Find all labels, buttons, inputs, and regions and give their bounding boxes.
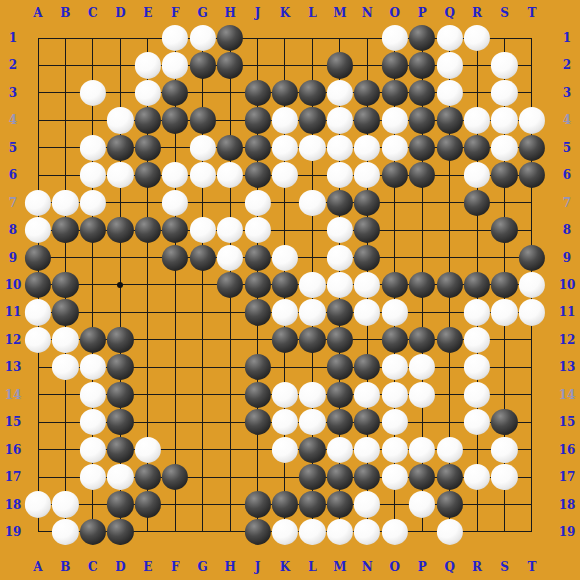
- intersection-B19[interactable]: [52, 518, 79, 545]
- white-stone-L19[interactable]: [299, 519, 325, 545]
- intersection-F3[interactable]: [161, 79, 188, 106]
- white-stone-C3[interactable]: [80, 80, 106, 106]
- intersection-L10[interactable]: [299, 271, 326, 298]
- black-stone-D15[interactable]: [107, 409, 133, 435]
- intersection-M4[interactable]: [326, 107, 353, 134]
- intersection-A1[interactable]: [24, 24, 51, 51]
- black-stone-J4[interactable]: [244, 107, 270, 133]
- intersection-S3[interactable]: [491, 79, 518, 106]
- intersection-K8[interactable]: [271, 216, 298, 243]
- intersection-F12[interactable]: [161, 326, 188, 353]
- intersection-G11[interactable]: [189, 299, 216, 326]
- intersection-Q4[interactable]: [436, 107, 463, 134]
- intersection-H17[interactable]: [216, 463, 243, 490]
- intersection-T7[interactable]: [518, 189, 545, 216]
- intersection-P2[interactable]: [408, 52, 435, 79]
- intersection-T13[interactable]: [518, 354, 545, 381]
- white-stone-L5[interactable]: [299, 135, 325, 161]
- intersection-A9[interactable]: [24, 244, 51, 271]
- white-stone-M16[interactable]: [327, 436, 353, 462]
- white-stone-Q16[interactable]: [436, 436, 462, 462]
- black-stone-D18[interactable]: [107, 491, 133, 517]
- intersection-D6[interactable]: [107, 161, 134, 188]
- intersection-O17[interactable]: [381, 463, 408, 490]
- intersection-E4[interactable]: [134, 107, 161, 134]
- intersection-E15[interactable]: [134, 408, 161, 435]
- intersection-B3[interactable]: [52, 79, 79, 106]
- black-stone-M13[interactable]: [327, 354, 353, 380]
- intersection-Q10[interactable]: [436, 271, 463, 298]
- white-stone-S16[interactable]: [491, 436, 517, 462]
- intersection-G14[interactable]: [189, 381, 216, 408]
- white-stone-K19[interactable]: [272, 519, 298, 545]
- white-stone-M4[interactable]: [327, 107, 353, 133]
- intersection-B13[interactable]: [52, 354, 79, 381]
- intersection-A16[interactable]: [24, 436, 51, 463]
- intersection-J12[interactable]: [244, 326, 271, 353]
- intersection-A5[interactable]: [24, 134, 51, 161]
- intersection-G17[interactable]: [189, 463, 216, 490]
- white-stone-N6[interactable]: [354, 162, 380, 188]
- intersection-T16[interactable]: [518, 436, 545, 463]
- intersection-Q18[interactable]: [436, 491, 463, 518]
- intersection-M6[interactable]: [326, 161, 353, 188]
- white-stone-H6[interactable]: [217, 162, 243, 188]
- intersection-K15[interactable]: [271, 408, 298, 435]
- intersection-T1[interactable]: [518, 24, 545, 51]
- intersection-R1[interactable]: [463, 24, 490, 51]
- black-stone-N13[interactable]: [354, 354, 380, 380]
- intersection-G9[interactable]: [189, 244, 216, 271]
- intersection-K9[interactable]: [271, 244, 298, 271]
- intersection-C12[interactable]: [79, 326, 106, 353]
- white-stone-E3[interactable]: [135, 80, 161, 106]
- black-stone-Q18[interactable]: [436, 491, 462, 517]
- white-stone-M3[interactable]: [327, 80, 353, 106]
- intersection-R18[interactable]: [463, 491, 490, 518]
- intersection-J13[interactable]: [244, 354, 271, 381]
- white-stone-R15[interactable]: [464, 409, 490, 435]
- intersection-R2[interactable]: [463, 52, 490, 79]
- intersection-L7[interactable]: [299, 189, 326, 216]
- white-stone-L14[interactable]: [299, 382, 325, 408]
- intersection-S12[interactable]: [491, 326, 518, 353]
- white-stone-K15[interactable]: [272, 409, 298, 435]
- white-stone-S17[interactable]: [491, 464, 517, 490]
- intersection-F15[interactable]: [161, 408, 188, 435]
- intersection-N13[interactable]: [354, 354, 381, 381]
- intersection-P16[interactable]: [408, 436, 435, 463]
- intersection-K11[interactable]: [271, 299, 298, 326]
- black-stone-P5[interactable]: [409, 135, 435, 161]
- intersection-N11[interactable]: [354, 299, 381, 326]
- intersection-F1[interactable]: [161, 24, 188, 51]
- black-stone-J10[interactable]: [244, 272, 270, 298]
- intersection-N10[interactable]: [354, 271, 381, 298]
- intersection-K16[interactable]: [271, 436, 298, 463]
- black-stone-E4[interactable]: [135, 107, 161, 133]
- black-stone-N17[interactable]: [354, 464, 380, 490]
- intersection-Q16[interactable]: [436, 436, 463, 463]
- white-stone-R1[interactable]: [464, 25, 490, 51]
- intersection-H3[interactable]: [216, 79, 243, 106]
- black-stone-P12[interactable]: [409, 327, 435, 353]
- black-stone-S8[interactable]: [491, 217, 517, 243]
- black-stone-C19[interactable]: [80, 519, 106, 545]
- black-stone-P2[interactable]: [409, 52, 435, 78]
- intersection-A12[interactable]: [24, 326, 51, 353]
- white-stone-A11[interactable]: [25, 299, 51, 325]
- white-stone-L7[interactable]: [299, 190, 325, 216]
- white-stone-P18[interactable]: [409, 491, 435, 517]
- intersection-R10[interactable]: [463, 271, 490, 298]
- intersection-N5[interactable]: [354, 134, 381, 161]
- white-stone-J7[interactable]: [244, 190, 270, 216]
- intersection-A2[interactable]: [24, 52, 51, 79]
- intersection-Q5[interactable]: [436, 134, 463, 161]
- intersection-L6[interactable]: [299, 161, 326, 188]
- black-stone-T9[interactable]: [519, 244, 545, 270]
- intersection-P12[interactable]: [408, 326, 435, 353]
- black-stone-H2[interactable]: [217, 52, 243, 78]
- intersection-G12[interactable]: [189, 326, 216, 353]
- intersection-L17[interactable]: [299, 463, 326, 490]
- intersection-P9[interactable]: [408, 244, 435, 271]
- intersection-R8[interactable]: [463, 216, 490, 243]
- intersection-J15[interactable]: [244, 408, 271, 435]
- white-stone-Q3[interactable]: [436, 80, 462, 106]
- intersection-S5[interactable]: [491, 134, 518, 161]
- white-stone-P13[interactable]: [409, 354, 435, 380]
- white-stone-R12[interactable]: [464, 327, 490, 353]
- black-stone-D8[interactable]: [107, 217, 133, 243]
- black-stone-P3[interactable]: [409, 80, 435, 106]
- black-stone-J11[interactable]: [244, 299, 270, 325]
- intersection-A7[interactable]: [24, 189, 51, 216]
- black-stone-L18[interactable]: [299, 491, 325, 517]
- white-stone-G1[interactable]: [190, 25, 216, 51]
- intersection-N8[interactable]: [354, 216, 381, 243]
- white-stone-S4[interactable]: [491, 107, 517, 133]
- black-stone-J15[interactable]: [244, 409, 270, 435]
- black-stone-P6[interactable]: [409, 162, 435, 188]
- intersection-N1[interactable]: [354, 24, 381, 51]
- black-stone-B11[interactable]: [52, 299, 78, 325]
- black-stone-P1[interactable]: [409, 25, 435, 51]
- black-stone-M11[interactable]: [327, 299, 353, 325]
- intersection-O8[interactable]: [381, 216, 408, 243]
- black-stone-D12[interactable]: [107, 327, 133, 353]
- intersection-R6[interactable]: [463, 161, 490, 188]
- intersection-B9[interactable]: [52, 244, 79, 271]
- white-stone-F6[interactable]: [162, 162, 188, 188]
- intersection-H8[interactable]: [216, 216, 243, 243]
- intersection-D12[interactable]: [107, 326, 134, 353]
- intersection-D4[interactable]: [107, 107, 134, 134]
- white-stone-Q2[interactable]: [436, 52, 462, 78]
- intersection-H18[interactable]: [216, 491, 243, 518]
- intersection-M5[interactable]: [326, 134, 353, 161]
- intersection-T19[interactable]: [518, 518, 545, 545]
- intersection-C10[interactable]: [79, 271, 106, 298]
- white-stone-K9[interactable]: [272, 244, 298, 270]
- intersection-E16[interactable]: [134, 436, 161, 463]
- intersection-H14[interactable]: [216, 381, 243, 408]
- intersection-G19[interactable]: [189, 518, 216, 545]
- intersection-P13[interactable]: [408, 354, 435, 381]
- intersection-L2[interactable]: [299, 52, 326, 79]
- intersection-M18[interactable]: [326, 491, 353, 518]
- intersection-D15[interactable]: [107, 408, 134, 435]
- intersection-A3[interactable]: [24, 79, 51, 106]
- intersection-J18[interactable]: [244, 491, 271, 518]
- intersection-K13[interactable]: [271, 354, 298, 381]
- intersection-B5[interactable]: [52, 134, 79, 161]
- intersection-N2[interactable]: [354, 52, 381, 79]
- intersection-S1[interactable]: [491, 24, 518, 51]
- intersection-K17[interactable]: [271, 463, 298, 490]
- intersection-E8[interactable]: [134, 216, 161, 243]
- intersection-N12[interactable]: [354, 326, 381, 353]
- intersection-C19[interactable]: [79, 518, 106, 545]
- black-stone-F17[interactable]: [162, 464, 188, 490]
- intersection-M7[interactable]: [326, 189, 353, 216]
- intersection-Q17[interactable]: [436, 463, 463, 490]
- intersection-N7[interactable]: [354, 189, 381, 216]
- intersection-D1[interactable]: [107, 24, 134, 51]
- intersection-N18[interactable]: [354, 491, 381, 518]
- intersection-L4[interactable]: [299, 107, 326, 134]
- intersection-J19[interactable]: [244, 518, 271, 545]
- intersection-M2[interactable]: [326, 52, 353, 79]
- intersection-J8[interactable]: [244, 216, 271, 243]
- black-stone-N9[interactable]: [354, 244, 380, 270]
- white-stone-C5[interactable]: [80, 135, 106, 161]
- intersection-T10[interactable]: [518, 271, 545, 298]
- intersection-E17[interactable]: [134, 463, 161, 490]
- black-stone-K18[interactable]: [272, 491, 298, 517]
- black-stone-S6[interactable]: [491, 162, 517, 188]
- intersection-P3[interactable]: [408, 79, 435, 106]
- intersection-M11[interactable]: [326, 299, 353, 326]
- intersection-S8[interactable]: [491, 216, 518, 243]
- intersection-T5[interactable]: [518, 134, 545, 161]
- black-stone-J9[interactable]: [244, 244, 270, 270]
- black-stone-E6[interactable]: [135, 162, 161, 188]
- intersection-R5[interactable]: [463, 134, 490, 161]
- intersection-G5[interactable]: [189, 134, 216, 161]
- black-stone-N3[interactable]: [354, 80, 380, 106]
- intersection-L19[interactable]: [299, 518, 326, 545]
- white-stone-B7[interactable]: [52, 190, 78, 216]
- intersection-O6[interactable]: [381, 161, 408, 188]
- intersection-G3[interactable]: [189, 79, 216, 106]
- intersection-P8[interactable]: [408, 216, 435, 243]
- intersection-R4[interactable]: [463, 107, 490, 134]
- white-stone-G5[interactable]: [190, 135, 216, 161]
- black-stone-S10[interactable]: [491, 272, 517, 298]
- white-stone-K6[interactable]: [272, 162, 298, 188]
- white-stone-P14[interactable]: [409, 382, 435, 408]
- black-stone-E18[interactable]: [135, 491, 161, 517]
- intersection-G18[interactable]: [189, 491, 216, 518]
- intersection-D2[interactable]: [107, 52, 134, 79]
- intersection-J2[interactable]: [244, 52, 271, 79]
- white-stone-S11[interactable]: [491, 299, 517, 325]
- intersection-E10[interactable]: [134, 271, 161, 298]
- white-stone-C13[interactable]: [80, 354, 106, 380]
- intersection-H2[interactable]: [216, 52, 243, 79]
- black-stone-L12[interactable]: [299, 327, 325, 353]
- white-stone-O4[interactable]: [382, 107, 408, 133]
- intersection-F17[interactable]: [161, 463, 188, 490]
- intersection-Q15[interactable]: [436, 408, 463, 435]
- intersection-P6[interactable]: [408, 161, 435, 188]
- intersection-D17[interactable]: [107, 463, 134, 490]
- black-stone-E8[interactable]: [135, 217, 161, 243]
- intersection-B10[interactable]: [52, 271, 79, 298]
- intersection-B17[interactable]: [52, 463, 79, 490]
- white-stone-M6[interactable]: [327, 162, 353, 188]
- white-stone-B19[interactable]: [52, 519, 78, 545]
- black-stone-K12[interactable]: [272, 327, 298, 353]
- white-stone-H9[interactable]: [217, 244, 243, 270]
- intersection-C9[interactable]: [79, 244, 106, 271]
- intersection-S18[interactable]: [491, 491, 518, 518]
- white-stone-R13[interactable]: [464, 354, 490, 380]
- intersection-S6[interactable]: [491, 161, 518, 188]
- intersection-K4[interactable]: [271, 107, 298, 134]
- intersection-H1[interactable]: [216, 24, 243, 51]
- intersection-B16[interactable]: [52, 436, 79, 463]
- intersection-D3[interactable]: [107, 79, 134, 106]
- intersection-G7[interactable]: [189, 189, 216, 216]
- white-stone-F1[interactable]: [162, 25, 188, 51]
- white-stone-O13[interactable]: [382, 354, 408, 380]
- intersection-F19[interactable]: [161, 518, 188, 545]
- black-stone-T6[interactable]: [519, 162, 545, 188]
- black-stone-O3[interactable]: [382, 80, 408, 106]
- intersection-N19[interactable]: [354, 518, 381, 545]
- intersection-B2[interactable]: [52, 52, 79, 79]
- intersection-L18[interactable]: [299, 491, 326, 518]
- white-stone-O14[interactable]: [382, 382, 408, 408]
- intersection-J10[interactable]: [244, 271, 271, 298]
- intersection-G13[interactable]: [189, 354, 216, 381]
- white-stone-F7[interactable]: [162, 190, 188, 216]
- black-stone-G2[interactable]: [190, 52, 216, 78]
- black-stone-J3[interactable]: [244, 80, 270, 106]
- intersection-A11[interactable]: [24, 299, 51, 326]
- black-stone-J6[interactable]: [244, 162, 270, 188]
- intersection-B7[interactable]: [52, 189, 79, 216]
- intersection-R19[interactable]: [463, 518, 490, 545]
- intersection-B12[interactable]: [52, 326, 79, 353]
- white-stone-N11[interactable]: [354, 299, 380, 325]
- intersection-M9[interactable]: [326, 244, 353, 271]
- intersection-C17[interactable]: [79, 463, 106, 490]
- intersection-J9[interactable]: [244, 244, 271, 271]
- white-stone-M9[interactable]: [327, 244, 353, 270]
- black-stone-B8[interactable]: [52, 217, 78, 243]
- intersection-A6[interactable]: [24, 161, 51, 188]
- intersection-L13[interactable]: [299, 354, 326, 381]
- black-stone-E17[interactable]: [135, 464, 161, 490]
- intersection-P14[interactable]: [408, 381, 435, 408]
- black-stone-J13[interactable]: [244, 354, 270, 380]
- intersection-M19[interactable]: [326, 518, 353, 545]
- white-stone-Q19[interactable]: [436, 519, 462, 545]
- white-stone-O15[interactable]: [382, 409, 408, 435]
- intersection-E1[interactable]: [134, 24, 161, 51]
- intersection-C18[interactable]: [79, 491, 106, 518]
- black-stone-J18[interactable]: [244, 491, 270, 517]
- black-stone-A10[interactable]: [25, 272, 51, 298]
- black-stone-L16[interactable]: [299, 436, 325, 462]
- intersection-P1[interactable]: [408, 24, 435, 51]
- intersection-D13[interactable]: [107, 354, 134, 381]
- intersection-M15[interactable]: [326, 408, 353, 435]
- intersection-E14[interactable]: [134, 381, 161, 408]
- black-stone-F9[interactable]: [162, 244, 188, 270]
- black-stone-M14[interactable]: [327, 382, 353, 408]
- intersection-B8[interactable]: [52, 216, 79, 243]
- intersection-H12[interactable]: [216, 326, 243, 353]
- white-stone-E2[interactable]: [135, 52, 161, 78]
- intersection-R16[interactable]: [463, 436, 490, 463]
- black-stone-M17[interactable]: [327, 464, 353, 490]
- intersection-C6[interactable]: [79, 161, 106, 188]
- intersection-M16[interactable]: [326, 436, 353, 463]
- black-stone-Q4[interactable]: [436, 107, 462, 133]
- intersection-A13[interactable]: [24, 354, 51, 381]
- intersection-R11[interactable]: [463, 299, 490, 326]
- intersection-P15[interactable]: [408, 408, 435, 435]
- black-stone-O10[interactable]: [382, 272, 408, 298]
- intersection-L12[interactable]: [299, 326, 326, 353]
- black-stone-C12[interactable]: [80, 327, 106, 353]
- white-stone-Q1[interactable]: [436, 25, 462, 51]
- intersection-T11[interactable]: [518, 299, 545, 326]
- white-stone-K4[interactable]: [272, 107, 298, 133]
- intersection-Q11[interactable]: [436, 299, 463, 326]
- intersection-Q1[interactable]: [436, 24, 463, 51]
- intersection-E2[interactable]: [134, 52, 161, 79]
- intersection-T2[interactable]: [518, 52, 545, 79]
- black-stone-J19[interactable]: [244, 519, 270, 545]
- intersection-B15[interactable]: [52, 408, 79, 435]
- intersection-N17[interactable]: [354, 463, 381, 490]
- intersection-D18[interactable]: [107, 491, 134, 518]
- intersection-J14[interactable]: [244, 381, 271, 408]
- intersection-D16[interactable]: [107, 436, 134, 463]
- intersection-N6[interactable]: [354, 161, 381, 188]
- intersection-L3[interactable]: [299, 79, 326, 106]
- intersection-K10[interactable]: [271, 271, 298, 298]
- intersection-O2[interactable]: [381, 52, 408, 79]
- white-stone-M10[interactable]: [327, 272, 353, 298]
- white-stone-K14[interactable]: [272, 382, 298, 408]
- intersection-Q3[interactable]: [436, 79, 463, 106]
- intersection-L8[interactable]: [299, 216, 326, 243]
- intersection-F18[interactable]: [161, 491, 188, 518]
- intersection-J11[interactable]: [244, 299, 271, 326]
- intersection-S11[interactable]: [491, 299, 518, 326]
- intersection-R13[interactable]: [463, 354, 490, 381]
- white-stone-M8[interactable]: [327, 217, 353, 243]
- intersection-P4[interactable]: [408, 107, 435, 134]
- black-stone-S15[interactable]: [491, 409, 517, 435]
